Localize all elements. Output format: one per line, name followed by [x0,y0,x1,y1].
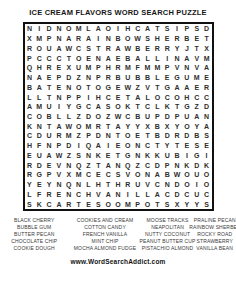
grid-cell-r9c15: K [162,102,172,112]
grid-cell-r19c9: O [103,199,113,209]
grid-cell-r17c4: N [54,180,64,190]
grid-cell-r5c11: M [123,63,133,73]
grid-cell-r8c13: L [143,92,153,102]
grid-cell-r8c7: I [84,92,94,102]
grid-cell-r11c5: W [64,121,74,131]
word-list-column-3: MOOSE TRACKSNEAPOLITANNUTTY COCONUTPEANU… [142,217,194,252]
grid-cell-r18c5: N [64,190,74,200]
grid-cell-r16c6: M [74,170,84,180]
grid-cell-r19c17: Y [182,199,192,209]
grid-cell-r3c10: A [113,43,123,53]
grid-cell-r1c2: I [34,24,44,34]
grid-cell-r3c12: B [133,43,143,53]
grid-cell-r8c3: T [44,92,54,102]
grid-cell-r5c3: R [44,63,54,73]
grid-cell-r4c19: M [202,53,212,63]
grid-cell-r19c10: O [113,199,123,209]
grid-cell-r6c13: B [143,73,153,83]
grid-cell-r18c17: C [182,190,192,200]
grid-cell-r1c14: T [152,24,162,34]
grid-cell-r12c13: T [143,131,153,141]
grid-cell-r2c19: T [202,34,212,44]
grid-cell-r17c3: Y [44,180,54,190]
grid-cell-r13c15: Y [162,141,172,151]
grid-cell-r14c13: K [143,151,153,161]
word-list-item: FRENCH VANILLA [83,231,128,238]
grid-cell-r18c16: D [172,190,182,200]
grid-cell-r14c3: A [44,151,54,161]
grid-cell-r7c8: O [93,82,103,92]
grid-cell-r13c3: N [44,141,54,151]
grid-cell-r9c5: Y [64,102,74,112]
grid-cell-r1c9: O [103,24,113,34]
grid-cell-r16c11: V [123,170,133,180]
grid-cell-r10c16: P [172,112,182,122]
grid-cell-r10c3: B [44,112,54,122]
grid-cell-r19c16: X [172,199,182,209]
grid-cell-r11c4: A [54,121,64,131]
grid-cell-r13c8: A [93,141,103,151]
grid-cell-r6c1: N [25,73,35,83]
grid-cell-r14c8: K [93,151,103,161]
grid-cell-r19c3: C [44,199,54,209]
grid-cell-r4c15: I [162,53,172,63]
grid-cell-r17c18: I [192,180,202,190]
grid-cell-r10c18: A [192,112,202,122]
grid-cell-r5c5: X [64,63,74,73]
grid-cell-r11c9: T [103,121,113,131]
grid-cell-r2c9: N [103,34,113,44]
grid-cell-r17c15: N [162,180,172,190]
grid-cell-r11c15: X [162,121,172,131]
grid-cell-r2c15: E [162,34,172,44]
grid-cell-r6c9: R [103,73,113,83]
grid-cell-r6c14: L [152,73,162,83]
grid-cell-r7c16: A [172,82,182,92]
grid-cell-r10c17: U [182,112,192,122]
grid-cell-r15c6: Q [74,160,84,170]
grid-cell-r1c5: O [64,24,74,34]
grid-cell-r1c10: I [113,24,123,34]
grid-cell-r10c2: O [34,112,44,122]
grid-cell-r2c7: A [84,34,94,44]
grid-cell-r14c2: U [34,151,44,161]
grid-cell-r1c3: D [44,24,54,34]
grid-cell-r16c1: R [25,170,35,180]
grid-cell-r13c5: D [64,141,74,151]
grid-cell-r5c18: V [192,63,202,73]
grid-cell-r6c4: P [54,73,64,83]
grid-cell-r14c16: B [172,151,182,161]
grid-cell-r18c10: N [113,190,123,200]
grid-cell-r13c13: C [143,141,153,151]
grid-cell-r18c12: L [133,190,143,200]
grid-cell-r13c11: O [123,141,133,151]
grid-cell-r14c9: E [103,151,113,161]
grid-cell-r6c16: G [172,73,182,83]
grid-cell-r3c14: R [152,43,162,53]
grid-cell-r15c16: N [172,160,182,170]
grid-cell-r12c1: C [25,131,35,141]
grid-cell-r11c11: Y [123,121,133,131]
grid-cell-r5c6: U [74,63,84,73]
grid-cell-r12c3: U [44,131,54,141]
puzzle-title: ICE CREAM FLAVORS WORD SEARCH PUZZLE [0,0,236,17]
word-list-item: MINT CHIP [92,238,119,245]
grid-cell-r13c10: E [113,141,123,151]
grid-cell-r7c6: O [74,82,84,92]
grid-cell-r4c8: N [93,53,103,63]
grid-cell-r4c18: V [192,53,202,63]
grid-cell-r16c3: P [44,170,54,180]
grid-cell-r2c18: E [192,34,202,44]
word-list-item: VANILLA BEAN [196,245,233,252]
word-list-item: BUBBLE GUM [17,224,51,231]
grid-cell-r6c19: E [202,73,212,83]
grid-cell-r16c14: A [152,170,162,180]
grid-cell-r12c8: D [93,131,103,141]
grid-cell-r16c13: N [143,170,153,180]
grid-cell-r15c2: D [34,160,44,170]
grid-cell-r15c12: Z [133,160,143,170]
grid-cell-r9c4: I [54,102,64,112]
grid-cell-r7c3: T [44,82,54,92]
grid-cell-r16c10: S [113,170,123,180]
grid-cell-r3c6: C [74,43,84,53]
grid-cell-r14c5: Z [64,151,74,161]
grid-cell-r6c7: N [84,73,94,83]
grid-cell-r8c11: T [123,92,133,102]
grid-cell-r7c4: E [54,82,64,92]
grid-cell-r15c8: T [93,160,103,170]
grid-cell-r18c6: C [74,190,84,200]
grid-cell-r13c6: I [74,141,84,151]
grid-cell-r18c18: U [192,190,202,200]
grid-cell-r14c12: N [133,151,143,161]
grid-cell-r12c7: P [84,131,94,141]
grid-cell-r16c18: U [192,170,202,180]
grid-cell-r15c10: N [113,160,123,170]
word-search-grid: NIDNOMLAOIHCATSIPSDXMPNARAINBOWSHERBETRO… [23,22,214,211]
grid-cell-r18c9: A [103,190,113,200]
word-list-item: NEAPOLITAN [151,224,184,231]
grid-cell-r7c9: G [103,82,113,92]
grid-cell-r18c4: E [54,190,64,200]
grid-cell-r19c4: A [54,199,64,209]
grid-cell-r10c14: P [152,112,162,122]
grid-cell-r18c8: V [93,190,103,200]
grid-cell-r9c16: T [172,102,182,112]
grid-cell-r3c11: W [123,43,133,53]
grid-cell-r11c2: N [34,121,44,131]
grid-cell-r6c17: U [182,73,192,83]
grid-cell-r8c8: H [93,92,103,102]
grid-cell-r8c15: C [162,92,172,102]
grid-cell-r8c10: E [113,92,123,102]
grid-cell-r4c2: C [34,53,44,63]
grid-cell-r7c11: W [123,82,133,92]
grid-cell-r17c7: L [84,180,94,190]
grid-cell-r19c15: S [162,199,172,209]
grid-cell-r7c7: T [84,82,94,92]
grid-cell-r7c14: T [152,82,162,92]
grid-cell-r1c11: H [123,24,133,34]
grid-cell-r15c3: E [44,160,54,170]
word-list-item: COOKIES AND CREAM [77,217,133,224]
grid-cell-r5c12: F [133,63,143,73]
grid-cell-r18c1: L [25,190,35,200]
grid-cell-r2c13: S [143,34,153,44]
grid-cell-r2c2: M [34,34,44,44]
word-list-item: RAINBOW SHERBET [189,224,236,231]
grid-cell-r5c10: R [113,63,123,73]
grid-cell-r17c6: N [74,180,84,190]
grid-cell-r12c17: D [182,131,192,141]
grid-cell-r16c9: C [103,170,113,180]
grid-cell-r15c14: D [152,160,162,170]
grid-cell-r1c13: A [143,24,153,34]
grid-cell-r10c9: Z [103,112,113,122]
grid-cell-r1c18: S [192,24,202,34]
grid-cell-r9c3: U [44,102,54,112]
grid-cell-r1c19: D [202,24,212,34]
grid-cell-r2c4: N [54,34,64,44]
grid-cell-r3c5: W [64,43,74,53]
puzzle-page: ICE CREAM FLAVORS WORD SEARCH PUZZLE NID… [0,0,236,295]
grid-cell-r9c11: K [123,102,133,112]
grid-cell-r17c19: O [202,180,212,190]
grid-cell-r19c19: S [202,199,212,209]
grid-cell-r3c13: E [143,43,153,53]
grid-cell-r16c8: E [93,170,103,180]
grid-cell-r9c6: G [74,102,84,112]
grid-cell-r5c2: H [34,63,44,73]
grid-cell-r5c19: A [202,63,212,73]
grid-cell-r4c4: C [54,53,64,63]
grid-cell-r4c16: N [172,53,182,63]
word-list-item: MOCHA ALMOND FUDGE [74,245,136,252]
grid-cell-r17c17: O [182,180,192,190]
grid-cell-r9c17: G [182,102,192,112]
grid-cell-r17c11: R [123,180,133,190]
grid-cell-r15c9: A [103,160,113,170]
grid-cell-r7c18: E [192,82,202,92]
grid-cell-r15c18: D [192,160,202,170]
grid-cell-r19c13: O [143,199,153,209]
grid-cell-r4c12: A [133,53,143,63]
grid-cell-r2c8: I [93,34,103,44]
grid-cell-r4c13: L [143,53,153,63]
grid-cell-r3c1: R [25,43,35,53]
word-list-item: NUTTY COCONUT [145,231,190,238]
grid-cell-r6c12: B [133,73,143,83]
grid-cell-r14c1: E [25,151,35,161]
grid-cell-r5c14: M [152,63,162,73]
grid-cell-r14c11: G [123,151,133,161]
grid-cell-r14c4: W [54,151,64,161]
grid-cell-r13c1: H [25,141,35,151]
grid-cell-r15c7: Z [84,160,94,170]
grid-cell-r13c9: I [103,141,113,151]
grid-cell-r4c11: B [123,53,133,63]
grid-cell-r1c16: I [172,24,182,34]
grid-cell-r1c15: S [162,24,172,34]
grid-cell-r12c5: M [64,131,74,141]
grid-cell-r3c3: U [44,43,54,53]
grid-cell-r3c9: R [103,43,113,53]
grid-cell-r5c17: N [182,63,192,73]
grid-cell-r1c7: L [84,24,94,34]
word-list-item: COTTON CANDY [84,224,126,231]
grid-cell-r11c16: Y [172,121,182,131]
grid-cell-r6c10: B [113,73,123,83]
grid-cell-r9c10: O [113,102,123,112]
grid-cell-r1c6: M [74,24,84,34]
word-list-item: PISTACHIO ALMOND [142,245,193,252]
grid-cell-r13c12: N [133,141,143,151]
grid-cell-r6c15: E [162,73,172,83]
word-list-column-1: BLACK CHERRYBUBBLE GUMBUTTER PECANCHOCOL… [0,217,68,252]
word-list-item: PEANUT BUTTER CUP [140,238,196,245]
grid-cell-r11c14: B [152,121,162,131]
grid-cell-r18c14: A [152,190,162,200]
grid-cell-r12c2: D [34,131,44,141]
grid-cell-r17c12: U [133,180,143,190]
grid-cell-r13c4: P [54,141,64,151]
grid-cell-r15c4: V [54,160,64,170]
grid-cell-r7c17: A [182,82,192,92]
grid-cell-r17c1: Y [25,180,35,190]
grid-cell-r3c16: Y [172,43,182,53]
grid-cell-r9c2: M [34,102,44,112]
grid-cell-r19c12: P [133,199,143,209]
grid-cell-r17c10: H [113,180,123,190]
grid-cell-r2c6: R [74,34,84,44]
grid-cell-r11c3: T [44,121,54,131]
grid-cell-r13c18: S [192,141,202,151]
grid-cell-r7c19: R [202,82,212,92]
grid-cell-r6c5: D [64,73,74,83]
grid-cell-r6c8: P [93,73,103,83]
grid-cell-r9c18: Z [192,102,202,112]
grid-cell-r5c7: M [84,63,94,73]
grid-cell-r11c17: O [182,121,192,131]
grid-cell-r3c4: A [54,43,64,53]
grid-cell-r12c19: S [202,131,212,141]
grid-cell-r17c5: Q [64,180,74,190]
grid-cell-r19c2: K [34,199,44,209]
grid-cell-r3c7: S [84,43,94,53]
grid-cell-r14c17: I [182,151,192,161]
grid-cell-r14c19: I [202,151,212,161]
grid-cell-r19c5: R [64,199,74,209]
grid-cell-r10c8: O [93,112,103,122]
grid-cell-r11c19: A [202,121,212,131]
grid-cell-r11c12: Y [133,121,143,131]
grid-cell-r4c1: P [25,53,35,63]
grid-cell-r11c1: K [25,121,35,131]
grid-cell-r10c5: L [64,112,74,122]
word-list-item: COOKIE DOUGH [14,245,55,252]
grid-cell-r8c17: H [182,92,192,102]
grid-cell-r3c15: R [162,43,172,53]
grid-cell-r15c15: P [162,160,172,170]
grid-cell-r14c14: K [152,151,162,161]
grid-cell-r10c15: D [162,112,172,122]
grid-cell-r12c11: O [123,131,133,141]
word-list-item: BUTTER PECAN [14,231,54,238]
grid-cell-r17c16: D [172,180,182,190]
website-url: www.WordSearchAddict.com [0,258,236,265]
grid-cell-r13c19: E [202,141,212,151]
grid-cell-r9c19: D [202,102,212,112]
grid-cell-r5c8: P [93,63,103,73]
grid-cell-r8c6: P [74,92,84,102]
grid-cell-r19c11: M [123,199,133,209]
grid-cell-r17c2: E [34,180,44,190]
grid-cell-r13c14: T [152,141,162,151]
grid-cell-r11c18: Y [192,121,202,131]
word-list-item: PRALINE PECAN [194,217,236,224]
grid-cell-r8c14: O [152,92,162,102]
grid-cell-r11c6: O [74,121,84,131]
grid-cell-r10c1: C [25,112,35,122]
grid-cell-r12c15: D [162,131,172,141]
grid-cell-r7c12: Z [133,82,143,92]
grid-cell-r9c9: S [103,102,113,112]
grid-cell-r17c13: V [143,180,153,190]
grid-cell-r6c6: Z [74,73,84,83]
grid-cell-r16c2: G [34,170,44,180]
grid-cell-r11c7: M [84,121,94,131]
grid-cell-r1c1: N [25,24,35,34]
grid-cell-r19c6: T [74,199,84,209]
grid-cell-r7c10: E [113,82,123,92]
grid-cell-r14c15: U [162,151,172,161]
grid-cell-r15c17: K [182,160,192,170]
grid-cell-r10c10: W [113,112,123,122]
grid-cell-r5c1: Q [25,63,35,73]
grid-cell-r15c13: C [143,160,153,170]
grid-cell-r8c18: C [192,92,202,102]
grid-cell-r18c7: H [84,190,94,200]
grid-cell-r3c8: T [93,43,103,53]
grid-cell-r10c7: D [84,112,94,122]
grid-cell-r9c14: L [152,102,162,112]
grid-cell-r18c2: F [34,190,44,200]
word-list-item: STRAWBERRY [196,238,233,245]
grid-cell-r2c12: W [133,34,143,44]
word-list: BLACK CHERRYBUBBLE GUMBUTTER PECANCHOCOL… [0,217,236,252]
grid-cell-r19c7: E [84,199,94,209]
grid-cell-r3c18: T [192,43,202,53]
grid-cell-r5c16: V [172,63,182,73]
grid-cell-r1c12: C [133,24,143,34]
grid-cell-r8c2: L [34,92,44,102]
grid-cell-r16c19: O [202,170,212,180]
grid-cell-r14c7: N [84,151,94,161]
grid-cell-r9c7: C [84,102,94,112]
grid-cell-r19c8: S [93,199,103,209]
grid-cell-r13c17: E [182,141,192,151]
grid-cell-r3c19: X [202,43,212,53]
grid-cell-r14c6: S [74,151,84,161]
grid-cell-r19c14: T [152,199,162,209]
grid-cell-r8c4: N [54,92,64,102]
grid-cell-r8c12: A [133,92,143,102]
grid-cell-r8c5: P [64,92,74,102]
grid-cell-r15c1: R [25,160,35,170]
